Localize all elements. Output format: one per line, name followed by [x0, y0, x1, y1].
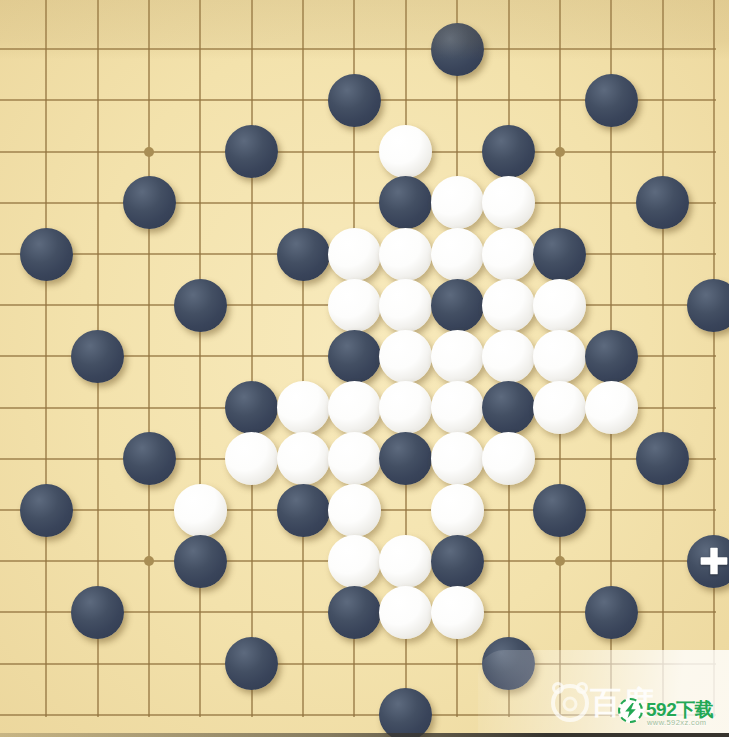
white-stone: [482, 228, 535, 281]
black-stone: [379, 176, 432, 229]
white-stone: [379, 228, 432, 281]
download-watermark-url: www.592xz.com: [647, 718, 706, 727]
black-stone: [277, 228, 330, 281]
grid-line: [0, 48, 716, 50]
white-stone: [379, 279, 432, 332]
star-point: [555, 556, 565, 566]
black-stone: [328, 74, 381, 127]
white-stone: [328, 279, 381, 332]
white-stone: [431, 586, 484, 639]
black-stone: [174, 279, 227, 332]
grid-line: [0, 202, 716, 204]
grid-line: [302, 0, 304, 717]
white-stone: [431, 432, 484, 485]
black-stone: [636, 432, 689, 485]
black-stone: [379, 688, 432, 737]
black-stone: [585, 586, 638, 639]
grid-line: [0, 151, 716, 153]
white-stone: [379, 125, 432, 178]
white-stone: [328, 381, 381, 434]
white-stone: [225, 432, 278, 485]
gomoku-app: 百度 592下载 www.592xz.com: [0, 0, 729, 737]
black-stone: [687, 535, 729, 588]
white-stone: [277, 432, 330, 485]
black-stone: [431, 23, 484, 76]
black-stone: [585, 74, 638, 127]
black-stone: [636, 176, 689, 229]
white-stone: [379, 535, 432, 588]
black-stone: [225, 637, 278, 690]
white-stone: [431, 484, 484, 537]
black-stone: [533, 228, 586, 281]
black-stone: [431, 535, 484, 588]
black-stone: [277, 484, 330, 537]
white-stone: [431, 176, 484, 229]
star-point: [555, 147, 565, 157]
white-stone: [533, 381, 586, 434]
black-stone: [20, 228, 73, 281]
white-stone: [482, 432, 535, 485]
black-stone: [533, 484, 586, 537]
black-stone: [20, 484, 73, 537]
grid-line: [148, 0, 150, 717]
grid-line: [251, 0, 253, 717]
star-point: [144, 556, 154, 566]
white-stone: [533, 279, 586, 332]
black-stone: [123, 176, 176, 229]
black-stone: [71, 586, 124, 639]
black-stone: [482, 381, 535, 434]
white-stone: [482, 176, 535, 229]
gomoku-board[interactable]: [0, 0, 729, 737]
white-stone: [482, 330, 535, 383]
grid-line: [199, 0, 201, 717]
grid-line: [662, 0, 664, 717]
grid-line: [45, 0, 47, 717]
white-stone: [431, 381, 484, 434]
white-stone: [533, 330, 586, 383]
white-stone: [482, 279, 535, 332]
grid-line: [713, 0, 715, 717]
white-stone: [379, 330, 432, 383]
black-stone: [328, 330, 381, 383]
black-stone: [328, 586, 381, 639]
black-stone: [431, 279, 484, 332]
black-stone: [379, 432, 432, 485]
black-stone: [174, 535, 227, 588]
black-stone: [225, 381, 278, 434]
white-stone: [174, 484, 227, 537]
lightning-circle-icon: [618, 698, 643, 723]
black-stone: [687, 279, 729, 332]
bottom-edge-strip: [0, 733, 729, 737]
white-stone: [585, 381, 638, 434]
white-stone: [431, 330, 484, 383]
white-stone: [328, 432, 381, 485]
star-point: [144, 147, 154, 157]
white-stone: [328, 228, 381, 281]
white-stone: [379, 381, 432, 434]
white-stone: [328, 484, 381, 537]
white-stone: [431, 228, 484, 281]
black-stone: [71, 330, 124, 383]
white-stone: [277, 381, 330, 434]
black-stone: [482, 125, 535, 178]
white-stone: [328, 535, 381, 588]
black-stone: [225, 125, 278, 178]
baidu-panda-logo-icon: [548, 679, 592, 723]
black-stone: [585, 330, 638, 383]
white-stone: [379, 586, 432, 639]
black-stone: [123, 432, 176, 485]
